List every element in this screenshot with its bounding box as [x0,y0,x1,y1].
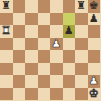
square-b4[interactable] [13,50,26,63]
square-b5[interactable] [13,38,26,51]
square-h4[interactable] [88,50,101,63]
square-d6[interactable] [38,25,51,38]
square-c3[interactable] [25,63,38,76]
square-e1[interactable] [50,88,63,101]
square-b6[interactable] [13,25,26,38]
square-f1[interactable] [63,88,76,101]
square-g8[interactable]: ♜ [75,0,88,13]
square-d7[interactable] [38,13,51,26]
square-c4[interactable] [25,50,38,63]
square-f3[interactable] [63,63,76,76]
white-king[interactable]: ♚ [89,88,99,101]
square-e3[interactable] [50,63,63,76]
square-b7[interactable] [13,13,26,26]
square-a8[interactable]: ♜ [0,0,13,13]
square-a3[interactable] [0,63,13,76]
square-c5[interactable] [25,38,38,51]
square-g7[interactable] [75,13,88,26]
square-a4[interactable] [0,50,13,63]
black-rook[interactable]: ♜ [1,0,11,13]
square-g3[interactable] [75,63,88,76]
square-a5[interactable] [0,38,13,51]
square-h5[interactable] [88,38,101,51]
square-d3[interactable] [38,63,51,76]
square-f5[interactable] [63,38,76,51]
square-c1[interactable] [25,88,38,101]
square-b1[interactable] [13,88,26,101]
square-g1[interactable] [75,88,88,101]
black-pawn[interactable]: ♟ [64,25,74,38]
square-e4[interactable] [50,50,63,63]
square-h1[interactable]: ♚ [88,88,101,101]
square-g5[interactable] [75,38,88,51]
square-e6[interactable] [50,25,63,38]
square-b2[interactable] [13,75,26,88]
square-d5[interactable] [38,38,51,51]
white-rook[interactable]: ♜ [1,25,11,38]
white-pawn[interactable]: ♟ [51,38,61,51]
square-b8[interactable] [13,0,26,13]
square-d2[interactable] [38,75,51,88]
square-c6[interactable] [25,25,38,38]
square-a2[interactable] [0,75,13,88]
square-f2[interactable] [63,75,76,88]
square-a6[interactable]: ♜ [0,25,13,38]
square-d1[interactable] [38,88,51,101]
square-c2[interactable] [25,75,38,88]
square-e7[interactable] [50,13,63,26]
square-g6[interactable] [75,25,88,38]
square-g2[interactable] [75,75,88,88]
square-d8[interactable] [38,0,51,13]
square-h7[interactable]: ♟ [88,13,101,26]
square-h2[interactable]: ♟ [88,75,101,88]
square-a1[interactable] [0,88,13,101]
white-pawn[interactable]: ♟ [89,75,99,88]
square-h8[interactable]: ♚ [88,0,101,13]
black-king[interactable]: ♚ [89,0,99,13]
square-b3[interactable] [13,63,26,76]
square-f4[interactable] [63,50,76,63]
square-e2[interactable] [50,75,63,88]
square-f6[interactable]: ♟ [63,25,76,38]
black-pawn[interactable]: ♟ [89,13,99,26]
square-g4[interactable] [75,50,88,63]
chess-board: ♜♜♚♟♜♟♟♟♚ [0,0,100,100]
square-c8[interactable] [25,0,38,13]
square-d4[interactable] [38,50,51,63]
black-rook[interactable]: ♜ [76,0,86,13]
square-h6[interactable] [88,25,101,38]
square-f8[interactable] [63,0,76,13]
square-e5[interactable]: ♟ [50,38,63,51]
square-e8[interactable] [50,0,63,13]
square-c7[interactable] [25,13,38,26]
